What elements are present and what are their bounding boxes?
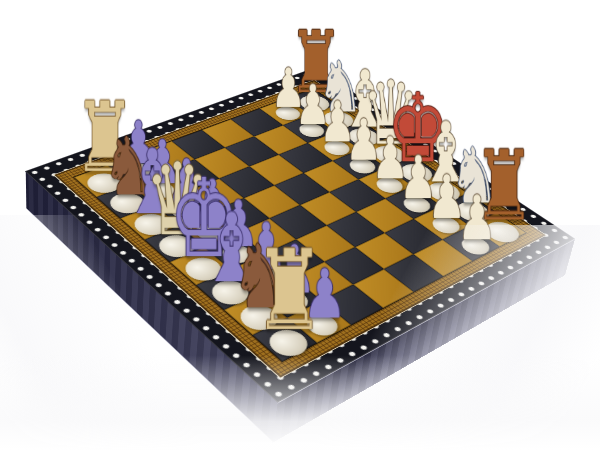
piece-white-p-h2[interactable]: ♟	[433, 189, 521, 247]
piece-black-r-h8[interactable]: ♜	[240, 239, 340, 344]
board-box: ♜♟♞♟♝♟♛♟♚♟♝♟♟♞♜♟♟♜♞♟♟♝♟♛♟♚♟♝♟♞♟♜	[25, 67, 575, 402]
chess-set-photo: ♜♟♞♟♝♟♛♟♚♟♝♟♟♞♜♟♟♜♞♟♟♝♟♛♟♚♟♝♟♞♟♜	[0, 0, 600, 450]
